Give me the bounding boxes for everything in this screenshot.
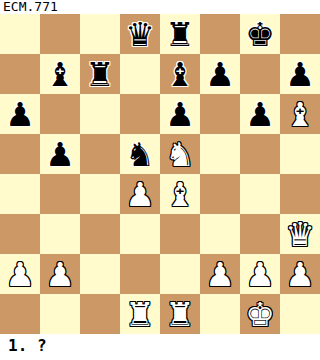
piece-black-pawn[interactable]: ♟: [160, 94, 200, 134]
square-g8[interactable]: ♚: [240, 14, 280, 54]
square-a6[interactable]: ♟: [0, 94, 40, 134]
square-h5[interactable]: [280, 134, 320, 174]
piece-white-pawn[interactable]: ♟: [200, 254, 240, 294]
piece-black-pawn[interactable]: ♟: [280, 54, 320, 94]
square-h6[interactable]: ♝: [280, 94, 320, 134]
square-d6[interactable]: [120, 94, 160, 134]
square-b3[interactable]: [40, 214, 80, 254]
square-g5[interactable]: [240, 134, 280, 174]
diagram-title: ECM.771: [0, 0, 320, 14]
square-a2[interactable]: ♟: [0, 254, 40, 294]
square-c7[interactable]: ♜: [80, 54, 120, 94]
square-b1[interactable]: [40, 294, 80, 334]
square-d2[interactable]: [120, 254, 160, 294]
square-e2[interactable]: [160, 254, 200, 294]
chess-diagram-window: ECM.771 ♛♜♚♝♜♝♟♟♟♟♟♝♟♞♞♟♝♛♟♟♟♟♟♜♜♚ 1. ?: [0, 0, 320, 360]
piece-black-king[interactable]: ♚: [240, 14, 280, 54]
square-h4[interactable]: [280, 174, 320, 214]
square-a5[interactable]: [0, 134, 40, 174]
square-f3[interactable]: [200, 214, 240, 254]
piece-black-pawn[interactable]: ♟: [40, 134, 80, 174]
square-b4[interactable]: [40, 174, 80, 214]
square-g1[interactable]: ♚: [240, 294, 280, 334]
piece-white-rook[interactable]: ♜: [160, 294, 200, 334]
square-d8[interactable]: ♛: [120, 14, 160, 54]
square-b5[interactable]: ♟: [40, 134, 80, 174]
piece-white-knight[interactable]: ♞: [160, 134, 200, 174]
square-c2[interactable]: [80, 254, 120, 294]
square-e3[interactable]: [160, 214, 200, 254]
square-h3[interactable]: ♛: [280, 214, 320, 254]
square-f7[interactable]: ♟: [200, 54, 240, 94]
piece-black-pawn[interactable]: ♟: [0, 94, 40, 134]
piece-black-rook[interactable]: ♜: [80, 54, 120, 94]
piece-black-bishop[interactable]: ♝: [40, 54, 80, 94]
square-h1[interactable]: [280, 294, 320, 334]
square-b2[interactable]: ♟: [40, 254, 80, 294]
piece-white-pawn[interactable]: ♟: [240, 254, 280, 294]
square-f5[interactable]: [200, 134, 240, 174]
square-g4[interactable]: [240, 174, 280, 214]
square-a7[interactable]: [0, 54, 40, 94]
move-prompt: 1. ?: [0, 334, 320, 360]
square-c1[interactable]: [80, 294, 120, 334]
piece-black-rook[interactable]: ♜: [160, 14, 200, 54]
square-c6[interactable]: [80, 94, 120, 134]
square-g6[interactable]: ♟: [240, 94, 280, 134]
square-b8[interactable]: [40, 14, 80, 54]
square-h8[interactable]: [280, 14, 320, 54]
square-g2[interactable]: ♟: [240, 254, 280, 294]
square-e7[interactable]: ♝: [160, 54, 200, 94]
square-d3[interactable]: [120, 214, 160, 254]
piece-white-queen[interactable]: ♛: [280, 214, 320, 254]
piece-black-bishop[interactable]: ♝: [160, 54, 200, 94]
square-h7[interactable]: ♟: [280, 54, 320, 94]
piece-black-knight[interactable]: ♞: [120, 134, 160, 174]
square-c5[interactable]: [80, 134, 120, 174]
piece-white-bishop[interactable]: ♝: [160, 174, 200, 214]
square-h2[interactable]: ♟: [280, 254, 320, 294]
square-f4[interactable]: [200, 174, 240, 214]
square-d7[interactable]: [120, 54, 160, 94]
piece-white-pawn[interactable]: ♟: [280, 254, 320, 294]
square-g7[interactable]: [240, 54, 280, 94]
square-f2[interactable]: ♟: [200, 254, 240, 294]
square-d5[interactable]: ♞: [120, 134, 160, 174]
square-a8[interactable]: [0, 14, 40, 54]
square-c4[interactable]: [80, 174, 120, 214]
piece-white-pawn[interactable]: ♟: [120, 174, 160, 214]
square-b6[interactable]: [40, 94, 80, 134]
piece-black-queen[interactable]: ♛: [120, 14, 160, 54]
piece-white-bishop[interactable]: ♝: [280, 94, 320, 134]
square-b7[interactable]: ♝: [40, 54, 80, 94]
square-c8[interactable]: [80, 14, 120, 54]
square-a3[interactable]: [0, 214, 40, 254]
piece-black-pawn[interactable]: ♟: [200, 54, 240, 94]
square-f6[interactable]: [200, 94, 240, 134]
piece-white-pawn[interactable]: ♟: [0, 254, 40, 294]
square-a4[interactable]: [0, 174, 40, 214]
square-e5[interactable]: ♞: [160, 134, 200, 174]
square-f8[interactable]: [200, 14, 240, 54]
square-a1[interactable]: [0, 294, 40, 334]
square-g3[interactable]: [240, 214, 280, 254]
square-d1[interactable]: ♜: [120, 294, 160, 334]
square-e6[interactable]: ♟: [160, 94, 200, 134]
square-e1[interactable]: ♜: [160, 294, 200, 334]
square-e4[interactable]: ♝: [160, 174, 200, 214]
chess-board[interactable]: ♛♜♚♝♜♝♟♟♟♟♟♝♟♞♞♟♝♛♟♟♟♟♟♜♜♚: [0, 14, 320, 334]
piece-white-rook[interactable]: ♜: [120, 294, 160, 334]
square-d4[interactable]: ♟: [120, 174, 160, 214]
square-e8[interactable]: ♜: [160, 14, 200, 54]
square-c3[interactable]: [80, 214, 120, 254]
piece-white-pawn[interactable]: ♟: [40, 254, 80, 294]
piece-white-king[interactable]: ♚: [240, 294, 280, 334]
piece-black-pawn[interactable]: ♟: [240, 94, 280, 134]
square-f1[interactable]: [200, 294, 240, 334]
